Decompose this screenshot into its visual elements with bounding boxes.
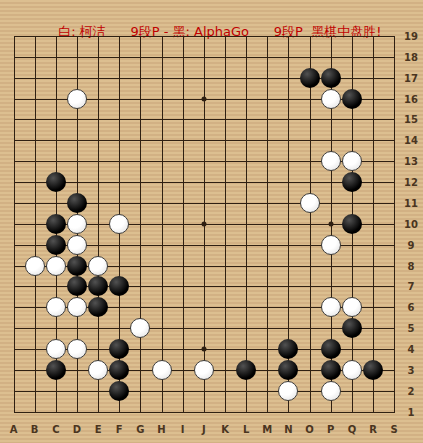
stone-white-P2	[321, 381, 341, 401]
stone-white-Q3	[342, 360, 362, 380]
col-label-P: P	[327, 424, 334, 435]
row-label-3: 3	[399, 364, 423, 375]
row-label-12: 12	[399, 177, 423, 188]
col-label-F: F	[116, 424, 123, 435]
stone-black-D8	[67, 256, 87, 276]
row-label-8: 8	[399, 260, 423, 271]
stone-white-B8	[25, 256, 45, 276]
stone-black-Q10	[342, 214, 362, 234]
grid-line	[310, 36, 311, 413]
row-label-19: 19	[399, 31, 423, 42]
stone-white-P9	[321, 235, 341, 255]
stone-black-C10	[46, 214, 66, 234]
stone-white-F10	[109, 214, 129, 234]
row-label-1: 1	[399, 406, 423, 417]
stone-black-O17	[300, 68, 320, 88]
row-label-6: 6	[399, 302, 423, 313]
stone-white-P6	[321, 297, 341, 317]
col-label-L: L	[243, 424, 249, 435]
stone-black-F4	[109, 339, 129, 359]
stone-black-L3	[236, 360, 256, 380]
stone-white-Q13	[342, 151, 362, 171]
stone-black-F7	[109, 276, 129, 296]
col-label-E: E	[95, 424, 102, 435]
stone-black-F2	[109, 381, 129, 401]
row-label-5: 5	[399, 323, 423, 334]
stone-black-N3	[278, 360, 298, 380]
row-label-4: 4	[399, 344, 423, 355]
grid-line	[394, 36, 395, 413]
stone-black-D7	[67, 276, 87, 296]
stone-white-P13	[321, 151, 341, 171]
stone-white-E3	[88, 360, 108, 380]
col-label-J: J	[202, 424, 206, 435]
stone-black-C9	[46, 235, 66, 255]
col-label-O: O	[305, 424, 314, 435]
stone-white-Q6	[342, 297, 362, 317]
row-label-15: 15	[399, 114, 423, 125]
grid-line	[373, 36, 374, 413]
row-label-16: 16	[399, 93, 423, 104]
grid-line	[14, 412, 396, 413]
stone-black-P3	[321, 360, 341, 380]
stone-white-O11	[300, 193, 320, 213]
col-label-D: D	[73, 424, 81, 435]
stone-white-H3	[152, 360, 172, 380]
stone-black-E6	[88, 297, 108, 317]
stone-black-P17	[321, 68, 341, 88]
col-label-C: C	[52, 424, 59, 435]
stone-black-D11	[67, 193, 87, 213]
stone-white-P16	[321, 89, 341, 109]
col-label-B: B	[31, 424, 39, 435]
star-point-J4	[201, 347, 206, 352]
col-label-R: R	[369, 424, 377, 435]
stone-white-D16	[67, 89, 87, 109]
stone-black-C12	[46, 172, 66, 192]
stone-white-G5	[130, 318, 150, 338]
row-label-2: 2	[399, 385, 423, 396]
col-label-G: G	[136, 424, 144, 435]
stone-white-J3	[194, 360, 214, 380]
row-label-13: 13	[399, 156, 423, 167]
col-label-I: I	[181, 424, 185, 435]
col-label-Q: Q	[348, 424, 357, 435]
go-board[interactable]: ABCDEFGHIJKLMNOPQRS191817161514131211109…	[0, 0, 423, 443]
stone-black-F3	[109, 360, 129, 380]
stone-white-N2	[278, 381, 298, 401]
col-label-S: S	[391, 424, 398, 435]
grid-line	[14, 328, 396, 329]
stone-black-R3	[363, 360, 383, 380]
row-label-17: 17	[399, 72, 423, 83]
stone-black-Q16	[342, 89, 362, 109]
stone-white-E8	[88, 256, 108, 276]
row-label-11: 11	[399, 197, 423, 208]
stone-white-D9	[67, 235, 87, 255]
stone-white-D4	[67, 339, 87, 359]
stone-black-C3	[46, 360, 66, 380]
col-label-H: H	[157, 424, 165, 435]
col-label-K: K	[221, 424, 229, 435]
row-label-10: 10	[399, 218, 423, 229]
row-label-14: 14	[399, 135, 423, 146]
stone-white-C4	[46, 339, 66, 359]
col-label-A: A	[10, 424, 18, 435]
star-point-P10	[328, 221, 333, 226]
stone-white-D10	[67, 214, 87, 234]
stone-white-D6	[67, 297, 87, 317]
col-label-M: M	[262, 424, 272, 435]
stone-white-C6	[46, 297, 66, 317]
stone-black-Q5	[342, 318, 362, 338]
grid-line	[267, 36, 268, 413]
row-label-7: 7	[399, 281, 423, 292]
row-label-18: 18	[399, 51, 423, 62]
star-point-J16	[201, 96, 206, 101]
row-label-9: 9	[399, 239, 423, 250]
grid-line	[246, 36, 247, 413]
go-game-window: 白: 柯洁 9段P - 黑: AlphaGo 9段P 黑棋中盘胜! ABCDEF…	[0, 0, 423, 443]
stone-black-N4	[278, 339, 298, 359]
stone-black-Q12	[342, 172, 362, 192]
stone-black-E7	[88, 276, 108, 296]
stone-black-P4	[321, 339, 341, 359]
stone-white-C8	[46, 256, 66, 276]
grid-line	[225, 36, 226, 413]
star-point-J10	[201, 221, 206, 226]
col-label-N: N	[284, 424, 292, 435]
